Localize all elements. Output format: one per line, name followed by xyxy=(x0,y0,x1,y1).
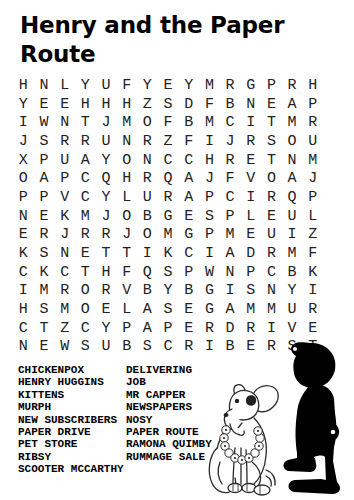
grid-cell-r2c1: Y xyxy=(13,95,34,114)
grid-cell-r14c10: R xyxy=(199,319,220,338)
grid-cell-r11c12: P xyxy=(240,263,261,282)
grid-cell-r15c6: B xyxy=(116,338,137,357)
grid-cell-r12c4: O xyxy=(75,282,96,301)
grid-cell-r7c12: I xyxy=(240,188,261,207)
grid-cell-r10c9: C xyxy=(178,244,199,263)
grid-cell-r7c9: A xyxy=(178,188,199,207)
word-list-item: PAPER ROUTE xyxy=(126,426,212,438)
grid-cell-r15c11: B xyxy=(220,338,241,357)
grid-cell-r9c10: P xyxy=(199,226,220,245)
grid-cell-r5c9: C xyxy=(178,151,199,170)
grid-cell-r15c13: R xyxy=(261,338,282,357)
grid-cell-r10c3: N xyxy=(54,244,75,263)
word-list-right: DELIVERINGJOBMR CAPPERNEWSPAPERSNOSYPAPE… xyxy=(126,364,212,463)
grid-cell-r7c10: P xyxy=(199,188,220,207)
grid-cell-r9c2: R xyxy=(34,226,55,245)
grid-cell-r2c14: A xyxy=(282,95,303,114)
grid-cell-r5c15: M xyxy=(302,151,323,170)
grid-cell-r6c9: A xyxy=(178,169,199,188)
grid-cell-r2c2: E xyxy=(34,95,55,114)
grid-cell-r10c13: R xyxy=(261,244,282,263)
grid-cell-r12c15: I xyxy=(302,282,323,301)
grid-cell-r5c11: R xyxy=(220,151,241,170)
grid-cell-r9c14: I xyxy=(282,226,303,245)
grid-cell-r10c10: I xyxy=(199,244,220,263)
grid-cell-r14c15: E xyxy=(302,319,323,338)
grid-cell-r7c4: C xyxy=(75,188,96,207)
grid-cell-r8c11: P xyxy=(220,207,241,226)
grid-cell-r12c2: M xyxy=(34,282,55,301)
grid-cell-r9c7: O xyxy=(137,226,158,245)
grid-cell-r3c9: B xyxy=(178,113,199,132)
grid-cell-r3c8: F xyxy=(158,113,179,132)
grid-cell-r10c1: K xyxy=(13,244,34,263)
grid-cell-r6c10: J xyxy=(199,169,220,188)
word-list-item: DELIVERING xyxy=(126,364,212,376)
grid-cell-r2c7: Z xyxy=(137,95,158,114)
grid-cell-r12c5: R xyxy=(96,282,117,301)
grid-cell-r14c2: T xyxy=(34,319,55,338)
grid-cell-r5c13: T xyxy=(261,151,282,170)
grid-cell-r2c10: F xyxy=(199,95,220,114)
grid-cell-r7c1: P xyxy=(13,188,34,207)
grid-cell-r6c11: F xyxy=(220,169,241,188)
grid-cell-r13c6: L xyxy=(116,300,137,319)
grid-cell-r13c7: A xyxy=(137,300,158,319)
grid-cell-r14c4: C xyxy=(75,319,96,338)
grid-cell-r4c2: S xyxy=(34,132,55,151)
grid-cell-r10c7: I xyxy=(137,244,158,263)
grid-cell-r5c4: A xyxy=(75,151,96,170)
grid-cell-r5c8: C xyxy=(158,151,179,170)
grid-cell-r2c8: S xyxy=(158,95,179,114)
grid-cell-r1c3: L xyxy=(54,76,75,95)
grid-cell-r12c12: S xyxy=(240,282,261,301)
grid-cell-r14c7: A xyxy=(137,319,158,338)
grid-cell-r14c8: P xyxy=(158,319,179,338)
grid-cell-r4c7: R xyxy=(137,132,158,151)
grid-cell-r2c15: P xyxy=(302,95,323,114)
grid-cell-r8c8: G xyxy=(158,207,179,226)
word-list-item: MR CAPPER xyxy=(126,389,212,401)
grid-cell-r13c11: A xyxy=(220,300,241,319)
grid-cell-r1c9: Y xyxy=(178,76,199,95)
grid-cell-r9c5: R xyxy=(96,226,117,245)
worksheet-page: Henry and the Paper Route HNLYUFYEYMRGPR… xyxy=(0,0,354,500)
grid-cell-r4c5: U xyxy=(96,132,117,151)
grid-cell-r14c3: Z xyxy=(54,319,75,338)
grid-cell-r13c14: U xyxy=(282,300,303,319)
grid-cell-r12c14: Y xyxy=(282,282,303,301)
grid-cell-r10c4: E xyxy=(75,244,96,263)
word-list-item: KITTENS xyxy=(18,389,124,401)
page-title: Henry and the Paper Route xyxy=(20,11,328,69)
grid-cell-r4c13: S xyxy=(261,132,282,151)
grid-cell-r1c1: H xyxy=(13,76,34,95)
grid-cell-r8c2: E xyxy=(34,207,55,226)
grid-cell-r8c4: M xyxy=(75,207,96,226)
grid-cell-r13c3: M xyxy=(54,300,75,319)
grid-cell-r6c12: V xyxy=(240,169,261,188)
grid-cell-r8c1: N xyxy=(13,207,34,226)
grid-cell-r1c7: Y xyxy=(137,76,158,95)
grid-cell-r14c6: P xyxy=(116,319,137,338)
grid-cell-r2c11: B xyxy=(220,95,241,114)
grid-cell-r7c7: U xyxy=(137,188,158,207)
grid-cell-r2c3: E xyxy=(54,95,75,114)
grid-cell-r7c5: Y xyxy=(96,188,117,207)
grid-cell-r6c6: H xyxy=(116,169,137,188)
grid-cell-r11c15: K xyxy=(302,263,323,282)
grid-cell-r15c4: S xyxy=(75,338,96,357)
grid-cell-r12c8: Y xyxy=(158,282,179,301)
grid-cell-r14c5: Y xyxy=(96,319,117,338)
grid-cell-r8c15: L xyxy=(302,207,323,226)
grid-cell-r12c6: V xyxy=(116,282,137,301)
grid-cell-r4c12: R xyxy=(240,132,261,151)
grid-cell-r13c13: M xyxy=(261,300,282,319)
dog-illustration xyxy=(202,384,290,500)
grid-cell-r6c3: P xyxy=(54,169,75,188)
grid-cell-r4c4: R xyxy=(75,132,96,151)
grid-cell-r8c5: J xyxy=(96,207,117,226)
grid-cell-r5c6: O xyxy=(116,151,137,170)
grid-cell-r3c3: N xyxy=(54,113,75,132)
word-list-item: HENRY HUGGINS xyxy=(18,376,124,388)
word-list-item: PET STORE xyxy=(18,438,124,450)
grid-cell-r3c2: W xyxy=(34,113,55,132)
grid-cell-r11c13: C xyxy=(261,263,282,282)
grid-cell-r9c1: E xyxy=(13,226,34,245)
grid-cell-r12c3: R xyxy=(54,282,75,301)
grid-cell-r13c1: H xyxy=(13,300,34,319)
grid-cell-r9c8: M xyxy=(158,226,179,245)
grid-cell-r3c4: T xyxy=(75,113,96,132)
grid-cell-r10c15: F xyxy=(302,244,323,263)
word-list-item: PAPER DRIVE xyxy=(18,426,124,438)
grid-cell-r5c5: Y xyxy=(96,151,117,170)
grid-cell-r11c9: P xyxy=(178,263,199,282)
grid-cell-r15c7: S xyxy=(137,338,158,357)
grid-cell-r6c7: R xyxy=(137,169,158,188)
word-list-item: RIBSY xyxy=(18,451,124,463)
grid-cell-r6c2: A xyxy=(34,169,55,188)
word-list-item: NEW SUBSCRIBERS xyxy=(18,414,124,426)
grid-cell-r10c12: D xyxy=(240,244,261,263)
word-list-item: JOB xyxy=(126,376,212,388)
grid-cell-r11c7: Q xyxy=(137,263,158,282)
grid-cell-r9c6: J xyxy=(116,226,137,245)
grid-cell-r6c13: O xyxy=(261,169,282,188)
grid-cell-r9c13: U xyxy=(261,226,282,245)
grid-cell-r11c3: C xyxy=(54,263,75,282)
grid-cell-r5c3: U xyxy=(54,151,75,170)
grid-cell-r3c14: M xyxy=(282,113,303,132)
grid-cell-r7c8: R xyxy=(158,188,179,207)
grid-cell-r1c2: N xyxy=(34,76,55,95)
grid-cell-r6c4: C xyxy=(75,169,96,188)
grid-cell-r1c11: R xyxy=(220,76,241,95)
grid-cell-r13c10: G xyxy=(199,300,220,319)
grid-cell-r4c8: Z xyxy=(158,132,179,151)
grid-cell-r3c5: J xyxy=(96,113,117,132)
grid-cell-r1c4: Y xyxy=(75,76,96,95)
word-list-item: SCOOTER MCCARTHY xyxy=(18,463,124,475)
grid-cell-r12c1: I xyxy=(13,282,34,301)
grid-cell-r15c1: N xyxy=(13,338,34,357)
grid-cell-r6c8: Q xyxy=(158,169,179,188)
grid-cell-r14c13: I xyxy=(261,319,282,338)
grid-cell-r4c1: J xyxy=(13,132,34,151)
grid-cell-r1c5: U xyxy=(96,76,117,95)
grid-cell-r2c9: D xyxy=(178,95,199,114)
grid-cell-r3c13: T xyxy=(261,113,282,132)
word-list-left: CHICKENPOXHENRY HUGGINSKITTENSMURPHNEW S… xyxy=(18,364,124,476)
grid-cell-r11c4: T xyxy=(75,263,96,282)
grid-cell-r11c11: N xyxy=(220,263,241,282)
grid-cell-r5c1: X xyxy=(13,151,34,170)
word-list-item: RUMMAGE SALE xyxy=(126,451,212,463)
grid-cell-r13c12: M xyxy=(240,300,261,319)
grid-cell-r10c8: K xyxy=(158,244,179,263)
grid-cell-r8c14: U xyxy=(282,207,303,226)
grid-cell-r11c5: H xyxy=(96,263,117,282)
grid-cell-r11c8: S xyxy=(158,263,179,282)
grid-cell-r1c15: H xyxy=(302,76,323,95)
grid-cell-r14c11: D xyxy=(220,319,241,338)
grid-cell-r5c7: N xyxy=(137,151,158,170)
grid-cell-r9c11: M xyxy=(220,226,241,245)
grid-cell-r2c6: H xyxy=(116,95,137,114)
grid-cell-r3c15: R xyxy=(302,113,323,132)
grid-cell-r9c3: J xyxy=(54,226,75,245)
grid-cell-r8c12: L xyxy=(240,207,261,226)
grid-cell-r4c14: O xyxy=(282,132,303,151)
word-search-grid: HNLYUFYEYMRGPRHYEEHHHZSDFBNEAPIWNTJMOFBM… xyxy=(13,76,323,356)
grid-cell-r7c2: P xyxy=(34,188,55,207)
grid-cell-r3c6: M xyxy=(116,113,137,132)
grid-cell-r1c10: M xyxy=(199,76,220,95)
grid-cell-r10c11: A xyxy=(220,244,241,263)
grid-cell-r11c2: K xyxy=(34,263,55,282)
grid-cell-r1c12: G xyxy=(240,76,261,95)
grid-cell-r13c8: S xyxy=(158,300,179,319)
grid-cell-r15c3: W xyxy=(54,338,75,357)
grid-cell-r15c8: C xyxy=(158,338,179,357)
grid-cell-r7c14: Q xyxy=(282,188,303,207)
grid-cell-r9c4: R xyxy=(75,226,96,245)
grid-cell-r5c14: N xyxy=(282,151,303,170)
grid-cell-r8c9: E xyxy=(178,207,199,226)
grid-cell-r2c4: H xyxy=(75,95,96,114)
grid-cell-r15c2: E xyxy=(34,338,55,357)
word-list-item: RAMONA QUIMBY xyxy=(126,438,212,450)
grid-cell-r14c9: E xyxy=(178,319,199,338)
grid-cell-r3c10: M xyxy=(199,113,220,132)
grid-cell-r9c12: E xyxy=(240,226,261,245)
grid-cell-r1c8: E xyxy=(158,76,179,95)
grid-cell-r1c6: F xyxy=(116,76,137,95)
grid-cell-r14c1: C xyxy=(13,319,34,338)
grid-cell-r10c2: S xyxy=(34,244,55,263)
grid-cell-r4c11: J xyxy=(220,132,241,151)
grid-cell-r4c3: R xyxy=(54,132,75,151)
grid-cell-r7c15: P xyxy=(302,188,323,207)
grid-cell-r15c12: E xyxy=(240,338,261,357)
grid-cell-r8c10: S xyxy=(199,207,220,226)
grid-cell-r11c6: F xyxy=(116,263,137,282)
grid-cell-r8c13: E xyxy=(261,207,282,226)
word-list-item: MURPH xyxy=(18,401,124,413)
grid-cell-r2c5: H xyxy=(96,95,117,114)
grid-cell-r11c10: W xyxy=(199,263,220,282)
grid-cell-r10c5: T xyxy=(96,244,117,263)
grid-cell-r12c10: G xyxy=(199,282,220,301)
grid-cell-r10c6: T xyxy=(116,244,137,263)
grid-cell-r5c2: P xyxy=(34,151,55,170)
grid-cell-r6c1: O xyxy=(13,169,34,188)
grid-cell-r14c14: V xyxy=(282,319,303,338)
grid-cell-r13c4: O xyxy=(75,300,96,319)
grid-cell-r9c9: G xyxy=(178,226,199,245)
grid-cell-r12c7: B xyxy=(137,282,158,301)
grid-cell-r13c2: S xyxy=(34,300,55,319)
grid-cell-r8c3: K xyxy=(54,207,75,226)
grid-cell-r1c14: R xyxy=(282,76,303,95)
grid-cell-r12c9: B xyxy=(178,282,199,301)
grid-cell-r9c15: Z xyxy=(302,226,323,245)
grid-cell-r15c10: I xyxy=(199,338,220,357)
grid-cell-r13c15: R xyxy=(302,300,323,319)
grid-cell-r6c14: A xyxy=(282,169,303,188)
grid-cell-r4c15: U xyxy=(302,132,323,151)
grid-cell-r7c11: C xyxy=(220,188,241,207)
grid-cell-r3c1: I xyxy=(13,113,34,132)
word-list-item: NEWSPAPERS xyxy=(126,401,212,413)
grid-cell-r2c12: N xyxy=(240,95,261,114)
grid-cell-r2c13: E xyxy=(261,95,282,114)
grid-cell-r12c13: N xyxy=(261,282,282,301)
grid-cell-r7c3: V xyxy=(54,188,75,207)
grid-cell-r5c12: E xyxy=(240,151,261,170)
grid-cell-r7c13: R xyxy=(261,188,282,207)
grid-cell-r11c1: C xyxy=(13,263,34,282)
grid-cell-r13c9: E xyxy=(178,300,199,319)
word-list-item: NOSY xyxy=(126,414,212,426)
grid-cell-r14c12: R xyxy=(240,319,261,338)
grid-cell-r5c10: H xyxy=(199,151,220,170)
grid-cell-r1c13: P xyxy=(261,76,282,95)
grid-cell-r11c14: B xyxy=(282,263,303,282)
grid-cell-r4c9: F xyxy=(178,132,199,151)
grid-cell-r3c7: O xyxy=(137,113,158,132)
word-list-item: CHICKENPOX xyxy=(18,364,124,376)
grid-cell-r7c6: L xyxy=(116,188,137,207)
boy-silhouette-illustration xyxy=(281,341,347,500)
grid-cell-r3c11: C xyxy=(220,113,241,132)
grid-cell-r6c5: Q xyxy=(96,169,117,188)
grid-cell-r3c12: I xyxy=(240,113,261,132)
grid-cell-r10c14: M xyxy=(282,244,303,263)
grid-cell-r15c5: U xyxy=(96,338,117,357)
grid-cell-r8c6: O xyxy=(116,207,137,226)
grid-cell-r4c6: N xyxy=(116,132,137,151)
grid-cell-r13c5: E xyxy=(96,300,117,319)
grid-cell-r4c10: I xyxy=(199,132,220,151)
grid-cell-r12c11: I xyxy=(220,282,241,301)
grid-cell-r8c7: B xyxy=(137,207,158,226)
grid-cell-r6c15: J xyxy=(302,169,323,188)
grid-cell-r15c9: R xyxy=(178,338,199,357)
